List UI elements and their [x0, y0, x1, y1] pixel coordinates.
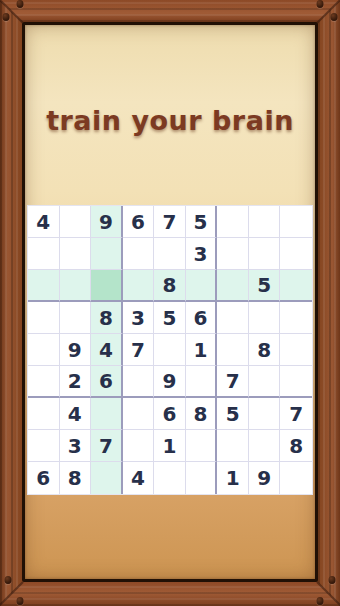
sudoku-cell[interactable]: [28, 398, 60, 430]
sudoku-cell[interactable]: 5: [217, 398, 249, 430]
sudoku-cell[interactable]: [60, 302, 92, 334]
nail-icon: [17, 597, 24, 605]
sudoku-cell[interactable]: [280, 302, 312, 334]
sudoku-cell[interactable]: 4: [28, 206, 60, 238]
app-window: train your brain 49675385835694718269746…: [0, 0, 340, 606]
sudoku-cell[interactable]: [123, 366, 155, 398]
sudoku-cell[interactable]: 4: [123, 462, 155, 494]
sudoku-cell[interactable]: 8: [60, 462, 92, 494]
nail-icon: [329, 576, 336, 584]
sudoku-cell[interactable]: [249, 430, 281, 462]
sudoku-cell[interactable]: [249, 302, 281, 334]
sudoku-cell[interactable]: 4: [91, 334, 123, 366]
sudoku-cell[interactable]: [91, 462, 123, 494]
sudoku-cell[interactable]: [28, 238, 60, 270]
wooden-frame-bottom: [0, 582, 340, 606]
sudoku-cell[interactable]: 9: [60, 334, 92, 366]
sudoku-cell[interactable]: [154, 462, 186, 494]
sudoku-cell[interactable]: 8: [249, 334, 281, 366]
sudoku-cell[interactable]: [280, 366, 312, 398]
sudoku-cell[interactable]: [123, 270, 155, 302]
sudoku-cell[interactable]: 8: [280, 430, 312, 462]
sudoku-cell[interactable]: [28, 366, 60, 398]
sudoku-cell[interactable]: [249, 238, 281, 270]
sudoku-cell[interactable]: [154, 334, 186, 366]
sudoku-cell[interactable]: 6: [91, 366, 123, 398]
nail-icon: [17, 0, 24, 8]
sudoku-cell[interactable]: 9: [154, 366, 186, 398]
sudoku-cell[interactable]: [186, 430, 218, 462]
sudoku-cell[interactable]: [217, 206, 249, 238]
sudoku-cell[interactable]: [186, 462, 218, 494]
sudoku-cell[interactable]: 6: [28, 462, 60, 494]
sudoku-cell[interactable]: 6: [154, 398, 186, 430]
sudoku-cell[interactable]: 5: [249, 270, 281, 302]
sudoku-cell[interactable]: [217, 302, 249, 334]
sudoku-cell[interactable]: 8: [186, 398, 218, 430]
sudoku-cell[interactable]: [123, 398, 155, 430]
sudoku-cell[interactable]: 6: [123, 206, 155, 238]
sudoku-cell[interactable]: [280, 270, 312, 302]
sudoku-cell[interactable]: [91, 270, 123, 302]
sudoku-cell[interactable]: [249, 398, 281, 430]
sudoku-cell[interactable]: [60, 270, 92, 302]
sudoku-cell[interactable]: [249, 206, 281, 238]
sudoku-cell[interactable]: [249, 366, 281, 398]
app-title: train your brain: [25, 105, 315, 136]
sudoku-cell[interactable]: 7: [123, 334, 155, 366]
sudoku-cell[interactable]: 7: [91, 430, 123, 462]
sudoku-cell[interactable]: 1: [217, 462, 249, 494]
sudoku-cell[interactable]: [154, 238, 186, 270]
board-panel: train your brain 49675385835694718269746…: [22, 22, 318, 582]
sudoku-cell[interactable]: [91, 398, 123, 430]
sudoku-cell[interactable]: [28, 334, 60, 366]
wooden-frame-left: [0, 0, 22, 606]
sudoku-cell[interactable]: [280, 206, 312, 238]
sudoku-cell[interactable]: 3: [60, 430, 92, 462]
nail-icon: [3, 13, 10, 21]
sudoku-cell[interactable]: [28, 430, 60, 462]
sudoku-cell[interactable]: 1: [186, 334, 218, 366]
sudoku-cell[interactable]: 4: [60, 398, 92, 430]
sudoku-cell[interactable]: 7: [280, 398, 312, 430]
sudoku-cell[interactable]: [280, 238, 312, 270]
sudoku-cell[interactable]: [186, 270, 218, 302]
wooden-frame-right: [318, 0, 340, 606]
sudoku-cell[interactable]: [91, 238, 123, 270]
nail-icon: [317, 597, 324, 605]
sudoku-cell[interactable]: 9: [249, 462, 281, 494]
sudoku-cell[interactable]: 8: [91, 302, 123, 334]
nail-icon: [331, 13, 338, 21]
sudoku-cell[interactable]: [123, 238, 155, 270]
sudoku-cell[interactable]: 7: [154, 206, 186, 238]
sudoku-cell[interactable]: 5: [186, 206, 218, 238]
sudoku-cell[interactable]: [217, 238, 249, 270]
sudoku-cell[interactable]: 3: [123, 302, 155, 334]
nail-icon: [5, 576, 12, 584]
nail-icon: [317, 0, 324, 8]
sudoku-cell[interactable]: 1: [154, 430, 186, 462]
sudoku-cell[interactable]: [217, 270, 249, 302]
sudoku-cell[interactable]: 6: [186, 302, 218, 334]
sudoku-cell[interactable]: [28, 302, 60, 334]
sudoku-cell[interactable]: [60, 238, 92, 270]
sudoku-cell[interactable]: 3: [186, 238, 218, 270]
sudoku-cell[interactable]: [28, 270, 60, 302]
sudoku-cell[interactable]: 2: [60, 366, 92, 398]
sudoku-cell[interactable]: [217, 430, 249, 462]
sudoku-cell[interactable]: [280, 334, 312, 366]
sudoku-cell[interactable]: 5: [154, 302, 186, 334]
sudoku-board: 49675385835694718269746857371868419: [27, 205, 313, 495]
sudoku-cell[interactable]: 7: [217, 366, 249, 398]
sudoku-cell[interactable]: [60, 206, 92, 238]
sudoku-cell[interactable]: 9: [91, 206, 123, 238]
wooden-frame-top: [0, 0, 340, 22]
sudoku-cell[interactable]: [186, 366, 218, 398]
sudoku-cell[interactable]: [123, 430, 155, 462]
sudoku-cell[interactable]: 8: [154, 270, 186, 302]
sudoku-cell[interactable]: [280, 462, 312, 494]
sudoku-cell[interactable]: [217, 334, 249, 366]
